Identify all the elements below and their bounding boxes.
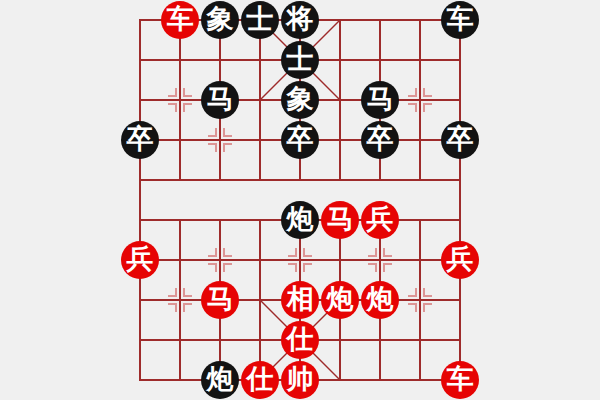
board-point-4-6[interactable] — [280, 240, 320, 280]
board-point-7-5[interactable] — [400, 200, 440, 240]
piece-glyph: 卒 — [127, 126, 154, 153]
board-point-3-7[interactable] — [240, 280, 280, 320]
piece-glyph: 象 — [207, 6, 234, 33]
piece-glyph: 兵 — [127, 246, 154, 273]
board-point-5-2[interactable] — [320, 80, 360, 120]
board-point-5-5[interactable]: 马 — [320, 200, 360, 240]
board-point-3-3[interactable] — [240, 120, 280, 160]
piece-glyph: 炮 — [207, 366, 234, 393]
board-point-6-7[interactable]: 炮 — [360, 280, 400, 320]
piece-glyph: 兵 — [447, 246, 474, 273]
board-point-3-6[interactable] — [240, 240, 280, 280]
piece-glyph: 炮 — [287, 206, 314, 233]
piece-black-horse[interactable]: 马 — [361, 81, 399, 119]
piece-red-general[interactable]: 帅 — [281, 361, 319, 399]
board-point-0-1[interactable] — [120, 40, 160, 80]
piece-black-pawn[interactable]: 卒 — [441, 121, 479, 159]
board-point-8-7[interactable] — [440, 280, 480, 320]
piece-red-chariot[interactable]: 车 — [161, 1, 199, 39]
board-point-8-8[interactable] — [440, 320, 480, 360]
board-point-0-4[interactable] — [120, 160, 160, 200]
board-point-2-9[interactable]: 炮 — [200, 360, 240, 400]
board-point-7-9[interactable] — [400, 360, 440, 400]
piece-black-cannon[interactable]: 炮 — [201, 361, 239, 399]
board-point-5-8[interactable] — [320, 320, 360, 360]
board-point-3-8[interactable] — [240, 320, 280, 360]
board-point-1-4[interactable] — [160, 160, 200, 200]
board-point-5-0[interactable] — [320, 0, 360, 40]
board-point-4-2[interactable]: 象 — [280, 80, 320, 120]
piece-glyph: 仕 — [287, 326, 314, 353]
board-point-8-9[interactable]: 车 — [440, 360, 480, 400]
board-point-4-3[interactable]: 卒 — [280, 120, 320, 160]
board-point-4-4[interactable] — [280, 160, 320, 200]
board-point-5-6[interactable] — [320, 240, 360, 280]
board-point-4-5[interactable]: 炮 — [280, 200, 320, 240]
piece-glyph: 兵 — [367, 206, 394, 233]
board-point-7-6[interactable] — [400, 240, 440, 280]
piece-black-cannon[interactable]: 炮 — [281, 201, 319, 239]
board-point-6-2[interactable]: 马 — [360, 80, 400, 120]
piece-black-pawn[interactable]: 卒 — [281, 121, 319, 159]
board-point-3-1[interactable] — [240, 40, 280, 80]
board-point-3-9[interactable]: 仕 — [240, 360, 280, 400]
piece-black-general[interactable]: 将 — [281, 1, 319, 39]
board-point-0-3[interactable]: 卒 — [120, 120, 160, 160]
board-point-1-7[interactable] — [160, 280, 200, 320]
piece-red-cannon[interactable]: 炮 — [361, 281, 399, 319]
board-point-7-3[interactable] — [400, 120, 440, 160]
piece-red-advisor[interactable]: 仕 — [281, 321, 319, 359]
board-point-5-3[interactable] — [320, 120, 360, 160]
piece-red-horse[interactable]: 马 — [201, 281, 239, 319]
board-point-8-1[interactable] — [440, 40, 480, 80]
piece-glyph: 炮 — [367, 286, 394, 313]
board-point-2-8[interactable] — [200, 320, 240, 360]
board-point-1-9[interactable] — [160, 360, 200, 400]
board-point-7-2[interactable] — [400, 80, 440, 120]
piece-black-elephant[interactable]: 象 — [281, 81, 319, 119]
board-point-4-7[interactable]: 相 — [280, 280, 320, 320]
board-point-8-5[interactable] — [440, 200, 480, 240]
board-point-2-7[interactable]: 马 — [200, 280, 240, 320]
board-point-6-3[interactable]: 卒 — [360, 120, 400, 160]
board-point-5-7[interactable]: 炮 — [320, 280, 360, 320]
piece-black-elephant[interactable]: 象 — [201, 1, 239, 39]
piece-red-cannon[interactable]: 炮 — [321, 281, 359, 319]
piece-glyph: 马 — [207, 286, 234, 313]
board-point-8-0[interactable]: 车 — [440, 0, 480, 40]
piece-glyph: 马 — [327, 206, 354, 233]
board-point-2-6[interactable] — [200, 240, 240, 280]
piece-glyph: 车 — [167, 6, 194, 33]
board-point-5-4[interactable] — [320, 160, 360, 200]
piece-black-advisor[interactable]: 士 — [281, 41, 319, 79]
board-point-4-8[interactable]: 仕 — [280, 320, 320, 360]
board-point-0-0[interactable] — [120, 0, 160, 40]
board-point-3-2[interactable] — [240, 80, 280, 120]
board-point-4-9[interactable]: 帅 — [280, 360, 320, 400]
board-point-6-0[interactable] — [360, 0, 400, 40]
piece-glyph: 相 — [287, 286, 314, 313]
piece-red-chariot[interactable]: 车 — [441, 361, 479, 399]
board-point-7-1[interactable] — [400, 40, 440, 80]
board-point-0-7[interactable] — [120, 280, 160, 320]
board-point-0-8[interactable] — [120, 320, 160, 360]
board-point-3-4[interactable] — [240, 160, 280, 200]
piece-black-pawn[interactable]: 卒 — [121, 121, 159, 159]
board-point-1-8[interactable] — [160, 320, 200, 360]
board-point-6-8[interactable] — [360, 320, 400, 360]
board-point-1-1[interactable] — [160, 40, 200, 80]
board-points-grid: 车象士将车士马象马卒卒卒卒炮马兵兵兵马相炮炮仕炮仕帅车 — [120, 0, 480, 400]
board-point-8-6[interactable]: 兵 — [440, 240, 480, 280]
piece-black-advisor[interactable]: 士 — [241, 1, 279, 39]
board-point-0-6[interactable]: 兵 — [120, 240, 160, 280]
piece-glyph: 卒 — [447, 126, 474, 153]
piece-red-horse[interactable]: 马 — [321, 201, 359, 239]
board-point-1-2[interactable] — [160, 80, 200, 120]
xiangqi-board: 车象士将车士马象马卒卒卒卒炮马兵兵兵马相炮炮仕炮仕帅车 — [0, 0, 600, 400]
board-point-6-4[interactable] — [360, 160, 400, 200]
piece-glyph: 帅 — [287, 366, 314, 393]
board-point-2-4[interactable] — [200, 160, 240, 200]
board-point-1-0[interactable]: 车 — [160, 0, 200, 40]
piece-glyph: 象 — [287, 86, 314, 113]
piece-red-pawn[interactable]: 兵 — [121, 241, 159, 279]
board-point-6-6[interactable] — [360, 240, 400, 280]
board-point-2-2[interactable]: 马 — [200, 80, 240, 120]
board-point-1-3[interactable] — [160, 120, 200, 160]
board-point-7-4[interactable] — [400, 160, 440, 200]
board-point-6-5[interactable]: 兵 — [360, 200, 400, 240]
piece-glyph: 马 — [367, 86, 394, 113]
board-point-8-4[interactable] — [440, 160, 480, 200]
piece-glyph: 马 — [207, 86, 234, 113]
board-point-2-1[interactable] — [200, 40, 240, 80]
board-point-4-0[interactable]: 将 — [280, 0, 320, 40]
board-point-0-2[interactable] — [120, 80, 160, 120]
board-point-6-9[interactable] — [360, 360, 400, 400]
board-point-7-8[interactable] — [400, 320, 440, 360]
piece-black-horse[interactable]: 马 — [201, 81, 239, 119]
board-point-1-5[interactable] — [160, 200, 200, 240]
piece-glyph: 仕 — [247, 366, 274, 393]
piece-glyph: 车 — [447, 6, 474, 33]
board-point-0-9[interactable] — [120, 360, 160, 400]
piece-glyph: 车 — [447, 366, 474, 393]
board-point-0-5[interactable] — [120, 200, 160, 240]
piece-black-pawn[interactable]: 卒 — [361, 121, 399, 159]
board-point-2-3[interactable] — [200, 120, 240, 160]
piece-glyph: 将 — [287, 6, 314, 33]
piece-red-pawn[interactable]: 兵 — [361, 201, 399, 239]
piece-glyph: 卒 — [367, 126, 394, 153]
board-point-8-2[interactable] — [440, 80, 480, 120]
board-point-5-9[interactable] — [320, 360, 360, 400]
board-point-1-6[interactable] — [160, 240, 200, 280]
board-point-3-5[interactable] — [240, 200, 280, 240]
board-point-8-3[interactable]: 卒 — [440, 120, 480, 160]
board-point-4-1[interactable]: 士 — [280, 40, 320, 80]
board-point-7-0[interactable] — [400, 0, 440, 40]
board-point-3-0[interactable]: 士 — [240, 0, 280, 40]
piece-red-elephant[interactable]: 相 — [281, 281, 319, 319]
board-point-6-1[interactable] — [360, 40, 400, 80]
piece-black-chariot[interactable]: 车 — [441, 1, 479, 39]
piece-glyph: 卒 — [287, 126, 314, 153]
piece-red-advisor[interactable]: 仕 — [241, 361, 279, 399]
piece-glyph: 炮 — [327, 286, 354, 313]
board-point-7-7[interactable] — [400, 280, 440, 320]
piece-glyph: 士 — [247, 6, 274, 33]
piece-glyph: 士 — [287, 46, 314, 73]
board-point-2-0[interactable]: 象 — [200, 0, 240, 40]
piece-red-pawn[interactable]: 兵 — [441, 241, 479, 279]
board-point-2-5[interactable] — [200, 200, 240, 240]
board-point-5-1[interactable] — [320, 40, 360, 80]
